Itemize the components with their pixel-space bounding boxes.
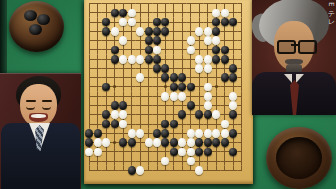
white-stone [195,166,203,175]
board-cell [144,64,152,73]
board-cell [170,110,178,119]
board-cell [170,45,178,54]
board-cell [195,166,203,175]
board-cell [161,119,169,128]
board-cell [85,73,93,82]
board-cell [221,156,229,165]
white-stone [212,36,220,45]
board-cell [127,73,135,82]
board-cell [119,147,127,156]
board-cell [93,82,101,91]
board-cell [93,8,101,17]
board-cell [212,147,220,156]
board-cell [170,64,178,73]
board-cell [119,55,127,64]
board-cell [229,36,237,45]
white-stone [136,129,144,138]
board-cell [221,0,229,8]
board-cell [187,8,195,17]
board-cell [178,45,186,54]
board-cell [110,82,118,91]
glasses-icon [277,40,296,54]
board-cell [93,110,101,119]
board-cell [212,110,220,119]
board-cell [93,92,101,101]
board-cell [85,156,93,165]
board-cell [204,138,212,147]
board-cell [153,129,161,138]
board-cell [119,73,127,82]
board-cell [212,36,220,45]
board-cell [178,138,186,147]
player-eyebrow [26,100,36,102]
board-cell [161,73,169,82]
board-cell [195,156,203,165]
board-cell [102,55,110,64]
board-cell [178,0,186,8]
board-cell [204,55,212,64]
black-stone [153,18,161,27]
board-cell [110,110,118,119]
black-stone [178,73,186,82]
board-cell [229,92,237,101]
board-cell [212,156,220,165]
board-cell [136,92,144,101]
player-teeth [31,114,46,118]
board-cell [221,45,229,54]
board-cell [144,129,152,138]
white-stone [119,55,127,64]
black-stone [229,110,237,119]
board-cell [178,64,186,73]
board-cell [110,36,118,45]
board-cell [136,0,144,8]
board-cell [204,101,212,110]
board-cell [221,55,229,64]
board-cell [187,138,195,147]
board-cell [170,73,178,82]
board-cell [127,55,135,64]
black-stone [153,27,161,36]
black-stone [187,101,195,110]
black-stone [212,27,220,36]
white-stone [221,120,229,129]
board-cell [238,0,246,8]
white-stone [204,36,212,45]
board-cell [161,166,169,175]
white-stone [111,110,119,119]
board-cell [93,64,101,73]
board-cell [93,73,101,82]
go-board [84,0,253,184]
board-cell [153,27,161,36]
white-stone [187,148,195,157]
white-stone [94,148,102,157]
black-stone [170,73,178,82]
board-cell [119,101,127,110]
board-cell [102,147,110,156]
board-cell [221,166,229,175]
board-cell [229,147,237,156]
board-cell [229,156,237,165]
board-cell [127,18,135,27]
board-cell [178,73,186,82]
white-stone [119,18,127,27]
board-cell [170,27,178,36]
board-cell [221,129,229,138]
board-cell [238,129,246,138]
black-stone [229,18,237,27]
white-stone [187,138,195,147]
white-stone [128,18,136,27]
white-stone [102,138,110,147]
board-cell [93,147,101,156]
board-cell [238,92,246,101]
board-cell [110,166,118,175]
black-stone [212,138,220,147]
black-stone [221,46,229,55]
board-cell [144,166,152,175]
board-cell [212,0,220,8]
board-cell [119,36,127,45]
board-cell [204,73,212,82]
black-stone [111,46,119,55]
board-cell [127,129,135,138]
board-cell [212,64,220,73]
board-cell [119,8,127,17]
board-cell [204,110,212,119]
board-cell [93,129,101,138]
board-cell [144,55,152,64]
glasses-icon [298,40,317,54]
board-cell [102,18,110,27]
board-cell [212,8,220,17]
black-stone [161,18,169,27]
board-cell [238,147,246,156]
board-cell [127,147,135,156]
board-cell [119,138,127,147]
white-stone [136,73,144,82]
player-photo-left [0,73,81,189]
black-stone [212,46,220,55]
white-stone [178,92,186,101]
board-cell [238,101,246,110]
black-stone [221,18,229,27]
board-cell [212,101,220,110]
white-stone [119,120,127,129]
board-cell [85,55,93,64]
board-cell [119,82,127,91]
board-cell [102,45,110,54]
board-cell [153,36,161,45]
board-cell [136,55,144,64]
board-cell [153,138,161,147]
board-cell [195,82,203,91]
board-cell [229,55,237,64]
board-cell [85,138,93,147]
black-stone [195,148,203,157]
board-cell [144,101,152,110]
board-cell [178,82,186,91]
black-stone [229,64,237,73]
white-stone [178,138,186,147]
black-stone [161,120,169,129]
black-stone [102,120,110,129]
black-stone [212,55,220,64]
board-cell [204,64,212,73]
board-cell [136,147,144,156]
board-cell [170,119,178,128]
board-cell [221,27,229,36]
black-stone [111,55,119,64]
board-cell [212,166,220,175]
board-cell [178,55,186,64]
board-cell [153,55,161,64]
black-stone [153,64,161,73]
board-cell [93,36,101,45]
board-cell [161,156,169,165]
board-cell [127,166,135,175]
board-cell [110,55,118,64]
board-cell [136,36,144,45]
board-cell [229,64,237,73]
board-cell [204,129,212,138]
board-cell [221,92,229,101]
board-cell [178,119,186,128]
board-cell [170,147,178,156]
board-cell [136,119,144,128]
board-cell [229,129,237,138]
black-stone [153,36,161,45]
star-point [113,141,116,144]
board-cell [85,147,93,156]
board-cell [85,36,93,45]
board-cell [238,73,246,82]
board-cell [204,147,212,156]
board-cell [119,27,127,36]
board-cell [212,73,220,82]
board-cell [127,101,135,110]
board-cell [102,92,110,101]
board-cell [170,138,178,147]
black-stone [187,83,195,92]
white-stone [153,46,161,55]
board-cell [204,18,212,27]
board-cell [85,64,93,73]
board-cell [110,129,118,138]
board-cell [119,64,127,73]
board-cell [238,138,246,147]
black-stone [195,138,203,147]
board-cell [229,45,237,54]
board-cell [187,73,195,82]
black-stone [178,110,186,119]
board-cell [161,18,169,27]
board-cell [119,45,127,54]
board-cell [187,45,195,54]
board-cell [187,55,195,64]
black-stone [170,138,178,147]
black-stone [102,110,110,119]
board-cell [221,101,229,110]
white-stone [212,110,220,119]
board-cell [229,119,237,128]
board-cell [161,45,169,54]
board-cell [161,64,169,73]
board-cell [85,27,93,36]
board-cell [119,129,127,138]
board-cell [187,119,195,128]
black-stone [128,166,136,175]
board-cell [161,101,169,110]
black-stone [170,83,178,92]
board-cell [187,64,195,73]
board-cell [212,138,220,147]
board-cell [229,101,237,110]
board-cell [229,82,237,91]
board-cell [153,8,161,17]
board-cell [178,147,186,156]
board-cell [238,64,246,73]
board-cell [170,55,178,64]
black-stone [170,120,178,129]
black-stone [221,55,229,64]
board-cell [136,18,144,27]
channel-watermark: Eテレ [327,2,334,22]
board-grid [85,0,246,175]
board-cell [170,92,178,101]
board-cell [187,166,195,175]
board-cell [127,82,135,91]
board-cell [127,27,135,36]
board-cell [221,73,229,82]
board-cell [170,36,178,45]
board-cell [144,27,152,36]
captured-black-stone [24,10,37,21]
board-cell [110,45,118,54]
white-stone [204,64,212,73]
white-stone [221,9,229,18]
white-stone [128,129,136,138]
board-cell [170,8,178,17]
board-cell [178,18,186,27]
black-stone [153,55,161,64]
board-cell [195,110,203,119]
board-cell [110,8,118,17]
board-cell [136,82,144,91]
board-cell [170,82,178,91]
board-cell [127,156,135,165]
board-cell [127,45,135,54]
captured-black-stone [29,24,42,35]
board-cell [144,73,152,82]
board-cell [238,36,246,45]
board-cell [153,18,161,27]
board-cell [136,8,144,17]
star-point [164,85,167,88]
board-cell [110,92,118,101]
black-stone [161,129,169,138]
go-bowl-top-left [9,1,64,52]
board-cell [136,166,144,175]
board-cell [178,129,186,138]
board-cell [195,73,203,82]
board-cell [102,8,110,17]
board-cell [93,119,101,128]
board-cell [195,147,203,156]
board-cell [136,156,144,165]
board-cell [153,82,161,91]
board-cell [110,119,118,128]
board-cell [85,0,93,8]
board-cell [93,18,101,27]
board-cell [204,8,212,17]
white-stone [136,166,144,175]
board-cell [110,18,118,27]
black-stone [145,36,153,45]
board-cell [119,119,127,128]
player-eyebrow [42,100,52,102]
board-cell [178,110,186,119]
white-stone [212,9,220,18]
board-cell [161,0,169,8]
board-cell [187,18,195,27]
board-cell [93,55,101,64]
white-stone [187,36,195,45]
black-stone [195,110,203,119]
board-cell [161,82,169,91]
black-stone [170,148,178,157]
board-cell [153,156,161,165]
board-cell [144,8,152,17]
board-cell [212,18,220,27]
board-cell [102,138,110,147]
board-cell [85,92,93,101]
black-stone [161,138,169,147]
board-cell [195,45,203,54]
broadcast-frame: Eテレ [0,0,336,189]
board-cell [127,64,135,73]
white-stone [136,27,144,36]
white-stone [153,138,161,147]
white-stone [136,55,144,64]
board-cell [229,138,237,147]
board-cell [153,110,161,119]
board-cell [136,138,144,147]
board-cell [153,166,161,175]
board-cell [144,156,152,165]
go-bowl-bottom-right [266,127,332,189]
board-cell [195,8,203,17]
white-stone [204,83,212,92]
board-cell [212,27,220,36]
board-cell [204,45,212,54]
board-cell [212,129,220,138]
star-point [113,85,116,88]
board-cell [221,147,229,156]
board-cell [85,101,93,110]
board-cell [110,27,118,36]
board-cell [229,166,237,175]
board-cell [127,119,135,128]
white-stone [204,55,212,64]
board-cell [238,27,246,36]
board-cell [229,110,237,119]
board-cell [144,18,152,27]
board-cell [93,156,101,165]
player-closed-eye [42,103,51,110]
white-stone [94,138,102,147]
